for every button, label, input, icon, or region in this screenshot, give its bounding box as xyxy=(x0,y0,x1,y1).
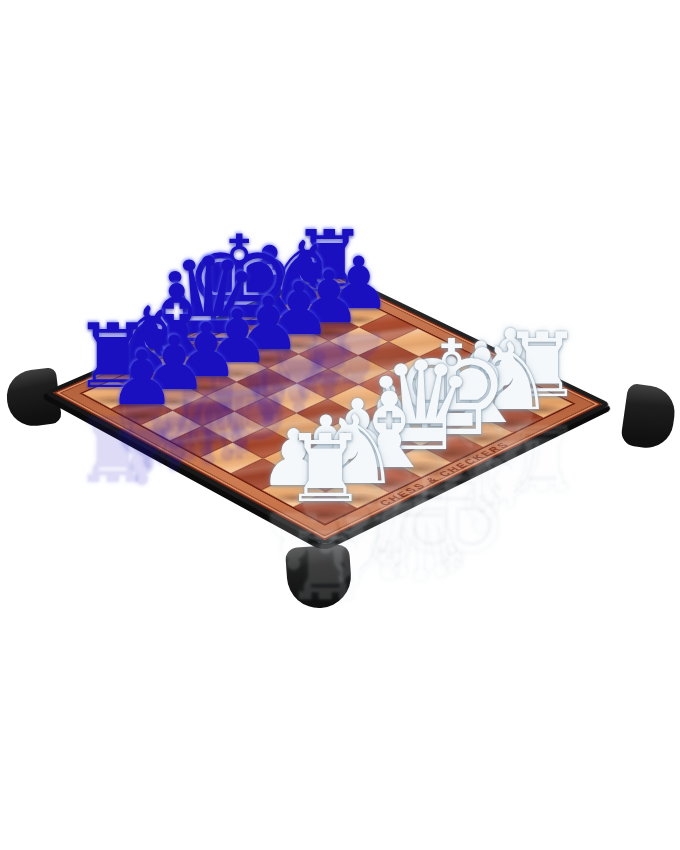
corner-leg-south xyxy=(285,544,353,610)
board-border-band xyxy=(52,273,602,541)
product-photo: CHESS & CHECKERS ♜♜♞♞♝♝♛♛♚♚♝♝♞♞♜♜♟♟♟♟♟♟♟… xyxy=(0,0,680,850)
corner-leg-east xyxy=(620,383,678,451)
chess-board: CHESS & CHECKERS xyxy=(43,268,613,545)
board-grid xyxy=(79,284,575,525)
